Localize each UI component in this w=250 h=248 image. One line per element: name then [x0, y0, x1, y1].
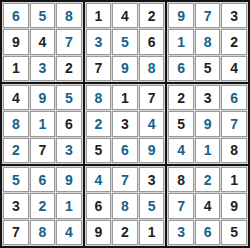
cell-r9c6[interactable]: 1 [139, 220, 165, 245]
cell-r5c6[interactable]: 4 [139, 111, 165, 136]
cell-r6c2[interactable]: 7 [30, 138, 56, 163]
cell-r1c2[interactable]: 5 [30, 3, 56, 28]
cell-r7c4[interactable]: 4 [86, 167, 112, 192]
cell-r9c7[interactable]: 3 [168, 220, 194, 245]
cell-r1c8[interactable]: 7 [195, 3, 221, 28]
cell-r6c6[interactable]: 9 [139, 138, 165, 163]
cell-r8c5[interactable]: 8 [112, 193, 138, 218]
cell-r1c1[interactable]: 6 [3, 3, 29, 28]
cell-r6c9[interactable]: 8 [221, 138, 247, 163]
cell-r5c3[interactable]: 6 [56, 111, 82, 136]
cell-r8c9[interactable]: 9 [221, 193, 247, 218]
cell-r8c6[interactable]: 5 [139, 193, 165, 218]
box-0-1: 142356798 [85, 2, 166, 82]
cell-r4c4[interactable]: 8 [86, 85, 112, 110]
cell-r7c7[interactable]: 8 [168, 167, 194, 192]
cell-r6c1[interactable]: 2 [3, 138, 29, 163]
cell-r1c5[interactable]: 4 [112, 3, 138, 28]
cell-r2c3[interactable]: 7 [56, 29, 82, 54]
cell-r4c9[interactable]: 6 [221, 85, 247, 110]
cell-r1c9[interactable]: 3 [221, 3, 247, 28]
cell-r8c3[interactable]: 1 [56, 193, 82, 218]
box-0-0: 658947132 [2, 2, 83, 82]
cell-r4c2[interactable]: 9 [30, 85, 56, 110]
cell-r8c7[interactable]: 7 [168, 193, 194, 218]
box-1-1: 817234569 [85, 84, 166, 164]
cell-r8c4[interactable]: 6 [86, 193, 112, 218]
cell-r6c8[interactable]: 1 [195, 138, 221, 163]
cell-r5c4[interactable]: 2 [86, 111, 112, 136]
cell-r2c1[interactable]: 9 [3, 29, 29, 54]
cell-r9c1[interactable]: 7 [3, 220, 29, 245]
cell-r9c9[interactable]: 5 [221, 220, 247, 245]
cell-r4c7[interactable]: 2 [168, 85, 194, 110]
cell-r7c3[interactable]: 9 [56, 167, 82, 192]
cell-r3c1[interactable]: 1 [3, 56, 29, 81]
cell-r3c6[interactable]: 8 [139, 56, 165, 81]
cell-r2c8[interactable]: 8 [195, 29, 221, 54]
cell-r5c1[interactable]: 8 [3, 111, 29, 136]
cell-r6c7[interactable]: 4 [168, 138, 194, 163]
cell-r7c5[interactable]: 7 [112, 167, 138, 192]
cell-r7c8[interactable]: 2 [195, 167, 221, 192]
cell-r2c7[interactable]: 1 [168, 29, 194, 54]
cell-r8c2[interactable]: 2 [30, 193, 56, 218]
cell-r3c7[interactable]: 6 [168, 56, 194, 81]
cell-r5c7[interactable]: 5 [168, 111, 194, 136]
box-1-2: 236597418 [167, 84, 248, 164]
cell-r4c3[interactable]: 5 [56, 85, 82, 110]
box-2-2: 821749365 [167, 166, 248, 246]
cell-r1c3[interactable]: 8 [56, 3, 82, 28]
cell-r3c5[interactable]: 9 [112, 56, 138, 81]
cell-r2c4[interactable]: 3 [86, 29, 112, 54]
cell-r5c9[interactable]: 7 [221, 111, 247, 136]
cell-r8c8[interactable]: 4 [195, 193, 221, 218]
cell-r1c7[interactable]: 9 [168, 3, 194, 28]
cell-r4c1[interactable]: 4 [3, 85, 29, 110]
cell-r9c5[interactable]: 2 [112, 220, 138, 245]
sudoku-board: 6589471321423567989731826544958162738172… [0, 0, 250, 248]
cell-r6c5[interactable]: 6 [112, 138, 138, 163]
cell-r7c9[interactable]: 1 [221, 167, 247, 192]
cell-r4c5[interactable]: 1 [112, 85, 138, 110]
cell-r4c8[interactable]: 3 [195, 85, 221, 110]
box-2-1: 473685921 [85, 166, 166, 246]
cell-r5c5[interactable]: 3 [112, 111, 138, 136]
cell-r6c3[interactable]: 3 [56, 138, 82, 163]
cell-r6c4[interactable]: 5 [86, 138, 112, 163]
cell-r2c2[interactable]: 4 [30, 29, 56, 54]
cell-r3c9[interactable]: 4 [221, 56, 247, 81]
cell-r7c1[interactable]: 5 [3, 167, 29, 192]
cell-r5c8[interactable]: 9 [195, 111, 221, 136]
cell-r5c2[interactable]: 1 [30, 111, 56, 136]
cell-r8c1[interactable]: 3 [3, 193, 29, 218]
cell-r3c4[interactable]: 7 [86, 56, 112, 81]
cell-r7c6[interactable]: 3 [139, 167, 165, 192]
cell-r3c2[interactable]: 3 [30, 56, 56, 81]
box-1-0: 495816273 [2, 84, 83, 164]
cell-r9c2[interactable]: 8 [30, 220, 56, 245]
box-0-2: 973182654 [167, 2, 248, 82]
cell-r9c8[interactable]: 6 [195, 220, 221, 245]
cell-r2c5[interactable]: 5 [112, 29, 138, 54]
cell-r2c9[interactable]: 2 [221, 29, 247, 54]
cell-r9c3[interactable]: 4 [56, 220, 82, 245]
cell-r2c6[interactable]: 6 [139, 29, 165, 54]
cell-r3c8[interactable]: 5 [195, 56, 221, 81]
cell-r4c6[interactable]: 7 [139, 85, 165, 110]
cell-r1c4[interactable]: 1 [86, 3, 112, 28]
cell-r9c4[interactable]: 9 [86, 220, 112, 245]
cell-r7c2[interactable]: 6 [30, 167, 56, 192]
cell-r3c3[interactable]: 2 [56, 56, 82, 81]
box-2-0: 569321784 [2, 166, 83, 246]
cell-r1c6[interactable]: 2 [139, 3, 165, 28]
